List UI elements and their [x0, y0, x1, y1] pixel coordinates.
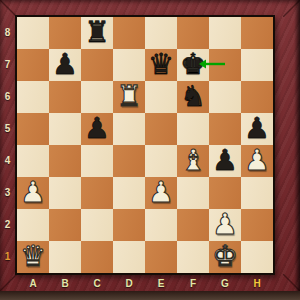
square-h5[interactable]: ♟: [241, 113, 273, 145]
square-a7[interactable]: [17, 49, 49, 81]
square-h8[interactable]: [241, 17, 273, 49]
square-g5[interactable]: [209, 113, 241, 145]
square-g1[interactable]: ♚: [209, 241, 241, 273]
piece-black-queen[interactable]: ♛: [145, 49, 177, 81]
file-label-d: D: [113, 277, 145, 290]
square-e8[interactable]: [145, 17, 177, 49]
square-f2[interactable]: [177, 209, 209, 241]
square-c7[interactable]: [81, 49, 113, 81]
piece-black-king[interactable]: ♚: [177, 49, 209, 81]
rank-label-4: 4: [0, 145, 15, 177]
square-a6[interactable]: [17, 81, 49, 113]
piece-white-king[interactable]: ♚: [209, 241, 241, 273]
square-h2[interactable]: [241, 209, 273, 241]
square-e4[interactable]: [145, 145, 177, 177]
square-h1[interactable]: [241, 241, 273, 273]
square-h7[interactable]: [241, 49, 273, 81]
square-a5[interactable]: [17, 113, 49, 145]
square-f7[interactable]: ♚: [177, 49, 209, 81]
square-f6[interactable]: ♞: [177, 81, 209, 113]
square-b3[interactable]: [49, 177, 81, 209]
square-c2[interactable]: [81, 209, 113, 241]
file-label-g: G: [209, 277, 241, 290]
piece-white-rook[interactable]: ♜: [113, 81, 145, 113]
rank-label-1: 1: [0, 241, 15, 273]
frame-right-edge: [294, 0, 300, 291]
square-h3[interactable]: [241, 177, 273, 209]
piece-black-rook[interactable]: ♜: [81, 17, 113, 49]
square-a3[interactable]: ♟: [17, 177, 49, 209]
frame-bottom-edge: [0, 291, 300, 300]
square-b4[interactable]: [49, 145, 81, 177]
rank-label-2: 2: [0, 209, 15, 241]
square-f4[interactable]: ♝: [177, 145, 209, 177]
square-d7[interactable]: [113, 49, 145, 81]
square-e2[interactable]: [145, 209, 177, 241]
square-b7[interactable]: ♟: [49, 49, 81, 81]
square-g7[interactable]: [209, 49, 241, 81]
square-b6[interactable]: [49, 81, 81, 113]
square-f5[interactable]: [177, 113, 209, 145]
square-g6[interactable]: [209, 81, 241, 113]
square-g3[interactable]: [209, 177, 241, 209]
square-b1[interactable]: [49, 241, 81, 273]
square-a2[interactable]: [17, 209, 49, 241]
rank-label-3: 3: [0, 177, 15, 209]
piece-white-pawn[interactable]: ♟: [241, 145, 273, 177]
piece-black-pawn[interactable]: ♟: [49, 49, 81, 81]
square-d3[interactable]: [113, 177, 145, 209]
piece-black-pawn[interactable]: ♟: [209, 145, 241, 177]
chess-app: ♜♟♛♚♜♞♟♟♝♟♟♟♟♟♛♚ 87654321ABCDEFGH: [0, 0, 300, 300]
square-d4[interactable]: [113, 145, 145, 177]
frame-mitre-bottom-left: [0, 274, 17, 291]
file-label-e: E: [145, 277, 177, 290]
piece-white-pawn[interactable]: ♟: [17, 177, 49, 209]
square-e7[interactable]: ♛: [145, 49, 177, 81]
square-f8[interactable]: [177, 17, 209, 49]
file-label-c: C: [81, 277, 113, 290]
file-label-a: A: [17, 277, 49, 290]
piece-white-bishop[interactable]: ♝: [177, 145, 209, 177]
square-d2[interactable]: [113, 209, 145, 241]
piece-white-queen[interactable]: ♛: [17, 241, 49, 273]
square-a8[interactable]: [17, 17, 49, 49]
square-f3[interactable]: [177, 177, 209, 209]
square-g4[interactable]: ♟: [209, 145, 241, 177]
rank-label-6: 6: [0, 81, 15, 113]
file-label-b: B: [49, 277, 81, 290]
rank-label-5: 5: [0, 113, 15, 145]
file-label-f: F: [177, 277, 209, 290]
square-a4[interactable]: [17, 145, 49, 177]
square-g2[interactable]: ♟: [209, 209, 241, 241]
rank-label-8: 8: [0, 17, 15, 49]
piece-white-pawn[interactable]: ♟: [145, 177, 177, 209]
square-c1[interactable]: [81, 241, 113, 273]
square-e1[interactable]: [145, 241, 177, 273]
square-b2[interactable]: [49, 209, 81, 241]
square-b8[interactable]: [49, 17, 81, 49]
square-h4[interactable]: ♟: [241, 145, 273, 177]
file-label-h: H: [241, 277, 273, 290]
square-h6[interactable]: [241, 81, 273, 113]
square-a1[interactable]: ♛: [17, 241, 49, 273]
square-b5[interactable]: [49, 113, 81, 145]
square-d8[interactable]: [113, 17, 145, 49]
square-e6[interactable]: [145, 81, 177, 113]
piece-black-pawn[interactable]: ♟: [241, 113, 273, 145]
square-f1[interactable]: [177, 241, 209, 273]
square-e5[interactable]: [145, 113, 177, 145]
piece-black-pawn[interactable]: ♟: [81, 113, 113, 145]
square-c5[interactable]: ♟: [81, 113, 113, 145]
square-g8[interactable]: [209, 17, 241, 49]
rank-label-7: 7: [0, 49, 15, 81]
square-c6[interactable]: [81, 81, 113, 113]
square-d6[interactable]: ♜: [113, 81, 145, 113]
square-c3[interactable]: [81, 177, 113, 209]
piece-black-knight[interactable]: ♞: [177, 81, 209, 113]
square-c4[interactable]: [81, 145, 113, 177]
chess-board: ♜♟♛♚♜♞♟♟♝♟♟♟♟♟♛♚: [15, 15, 275, 275]
square-e3[interactable]: ♟: [145, 177, 177, 209]
square-d1[interactable]: [113, 241, 145, 273]
square-c8[interactable]: ♜: [81, 17, 113, 49]
piece-white-pawn[interactable]: ♟: [209, 209, 241, 241]
square-d5[interactable]: [113, 113, 145, 145]
